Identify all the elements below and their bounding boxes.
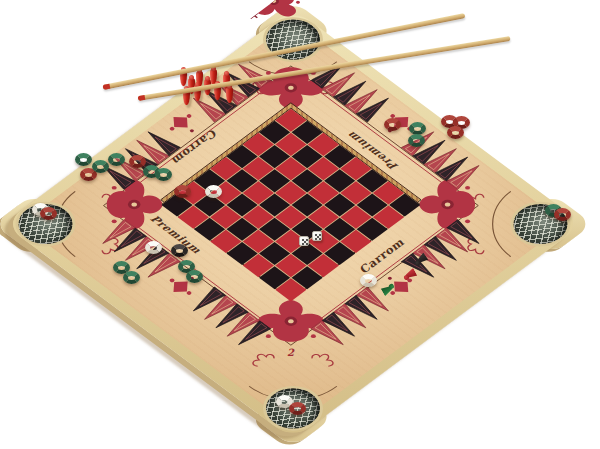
die[interactable]	[299, 236, 309, 246]
carrom-ring-green[interactable]	[408, 134, 425, 147]
corner-number: 2	[287, 347, 294, 358]
carrom-ring-green[interactable]	[155, 168, 172, 181]
carrom-ring-green[interactable]	[409, 122, 426, 135]
carrom-ring-red[interactable]	[447, 126, 464, 139]
carrom-ring-red[interactable]	[174, 185, 191, 198]
carrom-ring-red[interactable]	[129, 155, 146, 168]
die[interactable]	[312, 231, 322, 241]
carrom-ring-green[interactable]	[108, 153, 125, 166]
carrom-ring-red[interactable]	[554, 208, 571, 221]
carrom-ring-green[interactable]	[123, 271, 140, 284]
carrom-ring-green[interactable]	[186, 270, 203, 283]
carrom-ring-green[interactable]	[75, 153, 92, 166]
carrom-ring-black[interactable]	[171, 244, 188, 257]
pieces-layer: 2	[0, 0, 600, 449]
carrom-ring-red[interactable]	[289, 402, 306, 415]
red-pin[interactable]	[226, 87, 233, 103]
photo-stage: Carrom Carrom Premium Premium 2	[0, 0, 600, 449]
carrom-ring-white[interactable]	[205, 185, 222, 198]
pawn-black[interactable]	[414, 252, 429, 266]
carrom-ring-white[interactable]	[360, 274, 377, 287]
pawn-red[interactable]	[403, 267, 418, 281]
carrom-ring-white[interactable]	[145, 241, 162, 254]
carrom-ring-red[interactable]	[40, 207, 57, 220]
pawn-green[interactable]	[381, 282, 396, 296]
carrom-ring-red[interactable]	[384, 118, 401, 131]
carrom-ring-green[interactable]	[92, 160, 109, 173]
